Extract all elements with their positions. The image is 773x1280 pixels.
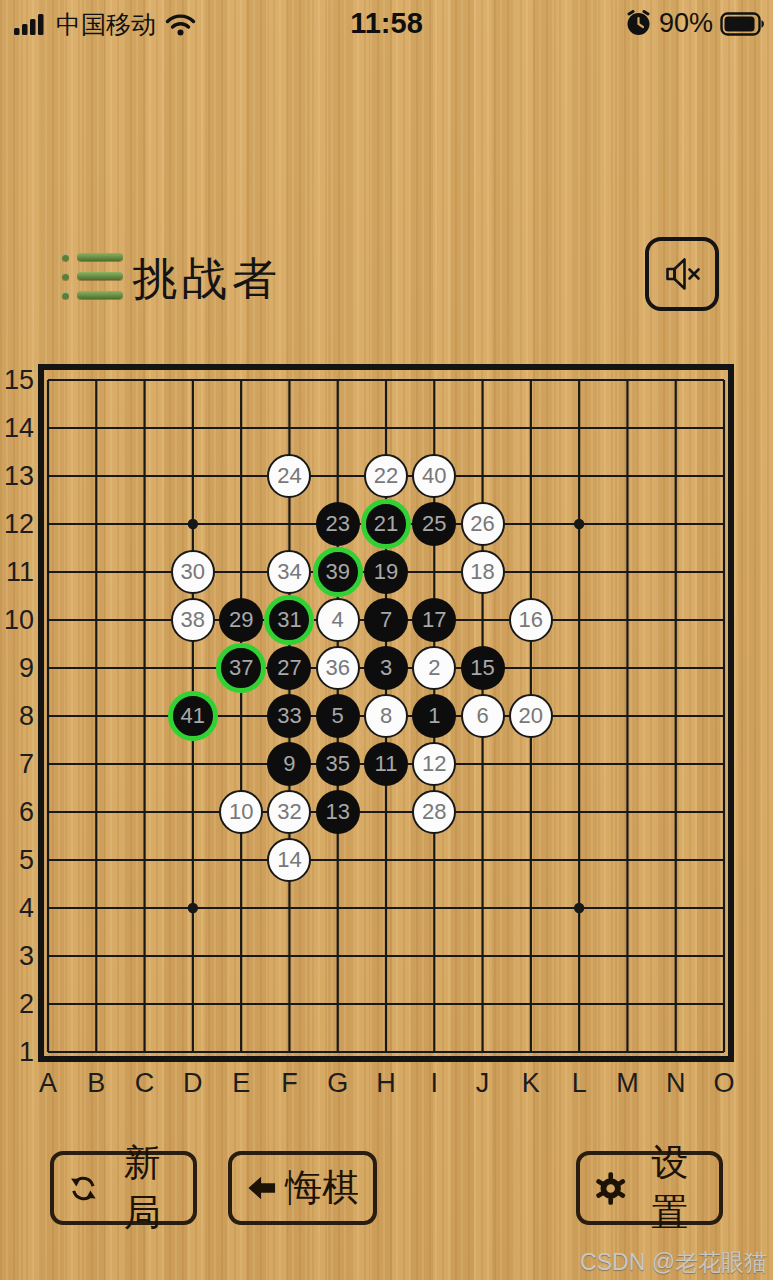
stone-black-11-H7[interactable]: 11	[364, 742, 408, 786]
stone-move-number: 18	[470, 561, 494, 583]
stone-white-30-D11[interactable]: 30	[171, 550, 215, 594]
stone-move-number: 21	[374, 513, 398, 535]
stone-move-number: 17	[422, 609, 446, 631]
stone-white-24-F13[interactable]: 24	[267, 454, 311, 498]
col-label-B: B	[87, 1068, 105, 1099]
row-label-4: 4	[0, 893, 34, 924]
col-label-N: N	[666, 1068, 686, 1099]
refresh-icon	[68, 1173, 99, 1204]
row-label-9: 9	[0, 653, 34, 684]
col-label-A: A	[39, 1068, 57, 1099]
row-label-10: 10	[0, 605, 34, 636]
stone-move-number: 24	[277, 465, 301, 487]
col-label-H: H	[376, 1068, 396, 1099]
row-label-13: 13	[0, 461, 34, 492]
stone-move-number: 14	[277, 849, 301, 871]
stone-black-41-D8[interactable]: 41	[168, 691, 218, 741]
stone-white-40-I13[interactable]: 40	[412, 454, 456, 498]
stone-move-number: 41	[181, 705, 205, 727]
col-label-D: D	[183, 1068, 203, 1099]
stone-move-number: 27	[277, 657, 301, 679]
stone-black-19-H11[interactable]: 19	[364, 550, 408, 594]
stone-move-number: 25	[422, 513, 446, 535]
stone-black-9-F7[interactable]: 9	[267, 742, 311, 786]
row-label-6: 6	[0, 797, 34, 828]
col-label-O: O	[713, 1068, 734, 1099]
stone-black-13-G6[interactable]: 13	[316, 790, 360, 834]
stone-white-28-I6[interactable]: 28	[412, 790, 456, 834]
stone-move-number: 2	[428, 657, 440, 679]
stone-black-21-H12[interactable]: 21	[361, 499, 411, 549]
stone-move-number: 1	[428, 705, 440, 727]
stone-white-16-K10[interactable]: 16	[509, 598, 553, 642]
stone-move-number: 30	[181, 561, 205, 583]
row-label-15: 15	[0, 365, 34, 396]
star-point-L4	[574, 903, 584, 913]
stone-white-12-I7[interactable]: 12	[412, 742, 456, 786]
stone-move-number: 38	[181, 609, 205, 631]
col-label-I: I	[431, 1068, 439, 1099]
row-label-1: 1	[0, 1037, 34, 1068]
stone-move-number: 9	[283, 753, 295, 775]
stone-white-10-E6[interactable]: 10	[219, 790, 263, 834]
stone-white-38-D10[interactable]: 38	[171, 598, 215, 642]
new-game-button[interactable]: 新局	[50, 1151, 197, 1225]
stone-white-4-G10[interactable]: 4	[316, 598, 360, 642]
stone-white-36-G9[interactable]: 36	[316, 646, 360, 690]
stone-white-14-F5[interactable]: 14	[267, 838, 311, 882]
stone-move-number: 29	[229, 609, 253, 631]
stone-move-number: 5	[332, 705, 344, 727]
stone-black-31-F10[interactable]: 31	[264, 595, 314, 645]
settings-button[interactable]: 设置	[576, 1151, 723, 1225]
stone-move-number: 40	[422, 465, 446, 487]
col-label-E: E	[232, 1068, 250, 1099]
stone-black-7-H10[interactable]: 7	[364, 598, 408, 642]
stone-move-number: 16	[519, 609, 543, 631]
stone-move-number: 6	[476, 705, 488, 727]
stone-move-number: 19	[374, 561, 398, 583]
stone-white-18-J11[interactable]: 18	[461, 550, 505, 594]
star-point-L12	[574, 519, 584, 529]
stone-move-number: 12	[422, 753, 446, 775]
stone-white-22-H13[interactable]: 22	[364, 454, 408, 498]
stone-move-number: 37	[229, 657, 253, 679]
gear-icon	[594, 1171, 627, 1206]
stone-black-37-E9[interactable]: 37	[216, 643, 266, 693]
new-game-label: 新局	[106, 1138, 179, 1238]
row-label-11: 11	[0, 557, 34, 588]
stone-black-15-J9[interactable]: 15	[461, 646, 505, 690]
stone-black-25-I12[interactable]: 25	[412, 502, 456, 546]
row-label-2: 2	[0, 989, 34, 1020]
stone-move-number: 10	[229, 801, 253, 823]
stone-move-number: 36	[325, 657, 349, 679]
stone-black-33-F8[interactable]: 33	[267, 694, 311, 738]
row-label-5: 5	[0, 845, 34, 876]
stone-black-35-G7[interactable]: 35	[316, 742, 360, 786]
col-label-K: K	[522, 1068, 540, 1099]
stone-white-6-J8[interactable]: 6	[461, 694, 505, 738]
star-point-D4	[188, 903, 198, 913]
undo-move-label: 悔棋	[285, 1163, 359, 1213]
settings-label: 设置	[634, 1138, 705, 1238]
stone-black-27-F9[interactable]: 27	[267, 646, 311, 690]
stone-move-number: 15	[470, 657, 494, 679]
stone-move-number: 8	[380, 705, 392, 727]
undo-arrow-icon	[246, 1174, 278, 1202]
stone-move-number: 33	[277, 705, 301, 727]
row-label-12: 12	[0, 509, 34, 540]
stone-move-number: 20	[519, 705, 543, 727]
col-label-M: M	[616, 1068, 639, 1099]
row-label-7: 7	[0, 749, 34, 780]
stone-white-20-K8[interactable]: 20	[509, 694, 553, 738]
stone-move-number: 3	[380, 657, 392, 679]
undo-move-button[interactable]: 悔棋	[228, 1151, 377, 1225]
stone-move-number: 34	[277, 561, 301, 583]
col-label-F: F	[281, 1068, 298, 1099]
stone-black-23-G12[interactable]: 23	[316, 502, 360, 546]
stone-black-1-I8[interactable]: 1	[412, 694, 456, 738]
stone-white-32-F6[interactable]: 32	[267, 790, 311, 834]
col-label-J: J	[476, 1068, 490, 1099]
row-label-3: 3	[0, 941, 34, 972]
stone-move-number: 22	[374, 465, 398, 487]
stone-white-2-I9[interactable]: 2	[412, 646, 456, 690]
stone-move-number: 31	[277, 609, 301, 631]
stone-move-number: 26	[470, 513, 494, 535]
stone-move-number: 11	[375, 753, 398, 775]
star-point-D12	[188, 519, 198, 529]
col-label-C: C	[135, 1068, 155, 1099]
stone-move-number: 28	[422, 801, 446, 823]
stone-black-29-E10[interactable]: 29	[219, 598, 263, 642]
watermark: CSDN @老花眼猫	[580, 1247, 767, 1278]
stone-move-number: 23	[325, 513, 349, 535]
stone-white-34-F11[interactable]: 34	[267, 550, 311, 594]
stone-move-number: 35	[325, 753, 349, 775]
stone-move-number: 7	[380, 609, 392, 631]
stone-black-5-G8[interactable]: 5	[316, 694, 360, 738]
stone-black-39-G11[interactable]: 39	[313, 547, 363, 597]
stone-white-8-H8[interactable]: 8	[364, 694, 408, 738]
stone-black-17-I10[interactable]: 17	[412, 598, 456, 642]
app-screen: 中国移动 11:58 90%	[0, 0, 773, 1280]
stone-move-number: 13	[325, 801, 349, 823]
stone-white-26-J12[interactable]: 26	[461, 502, 505, 546]
stone-move-number: 4	[332, 609, 344, 631]
col-label-L: L	[572, 1068, 587, 1099]
stone-move-number: 32	[277, 801, 301, 823]
row-label-14: 14	[0, 413, 34, 444]
col-label-G: G	[327, 1068, 348, 1099]
row-label-8: 8	[0, 701, 34, 732]
stone-move-number: 39	[325, 561, 349, 583]
stone-black-3-H9[interactable]: 3	[364, 646, 408, 690]
